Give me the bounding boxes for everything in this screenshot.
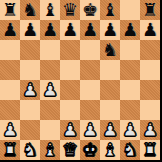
black-bishop-icon[interactable]: ♝ (102, 0, 118, 20)
square-c3[interactable] (40, 100, 60, 120)
square-h2[interactable]: ♟ (140, 120, 160, 140)
black-knight-icon[interactable]: ♞ (102, 40, 118, 60)
square-d4[interactable] (60, 80, 80, 100)
white-bishop-icon[interactable]: ♝ (42, 140, 58, 160)
square-f5[interactable] (100, 60, 120, 80)
white-rook-icon[interactable]: ♜ (142, 140, 158, 160)
black-pawn-icon[interactable]: ♟ (82, 20, 98, 40)
square-f2[interactable]: ♟ (100, 120, 120, 140)
square-h1[interactable]: ♜ (140, 140, 160, 160)
square-h3[interactable] (140, 100, 160, 120)
square-c4[interactable]: ♟ (40, 80, 60, 100)
square-g2[interactable]: ♟ (120, 120, 140, 140)
white-pawn-icon[interactable]: ♟ (82, 120, 98, 140)
square-a4[interactable] (0, 80, 20, 100)
square-e5[interactable] (80, 60, 100, 80)
white-king-icon[interactable]: ♚ (82, 140, 98, 160)
square-b2[interactable] (20, 120, 40, 140)
square-c5[interactable] (40, 60, 60, 80)
square-a7[interactable]: ♟ (0, 20, 20, 40)
square-c6[interactable] (40, 40, 60, 60)
square-e8[interactable]: ♚ (80, 0, 100, 20)
square-f4[interactable] (100, 80, 120, 100)
black-rook-icon[interactable]: ♜ (142, 0, 158, 20)
white-pawn-icon[interactable]: ♟ (142, 120, 158, 140)
square-a3[interactable] (0, 100, 20, 120)
square-e4[interactable] (80, 80, 100, 100)
square-c8[interactable]: ♝ (40, 0, 60, 20)
black-knight-icon[interactable]: ♞ (22, 0, 38, 20)
white-pawn-icon[interactable]: ♟ (122, 120, 138, 140)
black-pawn-icon[interactable]: ♟ (62, 20, 78, 40)
square-b1[interactable]: ♞ (20, 140, 40, 160)
square-d8[interactable]: ♛ (60, 0, 80, 20)
square-f1[interactable]: ♝ (100, 140, 120, 160)
square-c7[interactable]: ♟ (40, 20, 60, 40)
square-g4[interactable] (120, 80, 140, 100)
black-king-icon[interactable]: ♚ (82, 0, 98, 20)
white-pawn-icon[interactable]: ♟ (2, 120, 18, 140)
square-g8[interactable] (120, 0, 140, 20)
white-pawn-icon[interactable]: ♟ (102, 120, 118, 140)
white-pawn-icon[interactable]: ♟ (42, 80, 58, 100)
white-knight-icon[interactable]: ♞ (22, 140, 38, 160)
square-f3[interactable] (100, 100, 120, 120)
black-pawn-icon[interactable]: ♟ (102, 20, 118, 40)
square-b6[interactable] (20, 40, 40, 60)
square-g3[interactable] (120, 100, 140, 120)
white-pawn-icon[interactable]: ♟ (22, 80, 38, 100)
square-a6[interactable] (0, 40, 20, 60)
black-queen-icon[interactable]: ♛ (62, 0, 78, 20)
square-a5[interactable] (0, 60, 20, 80)
square-g5[interactable] (120, 60, 140, 80)
black-pawn-icon[interactable]: ♟ (2, 20, 18, 40)
square-e6[interactable] (80, 40, 100, 60)
square-g7[interactable]: ♟ (120, 20, 140, 40)
black-pawn-icon[interactable]: ♟ (42, 20, 58, 40)
white-pawn-icon[interactable]: ♟ (62, 120, 78, 140)
square-h8[interactable]: ♜ (140, 0, 160, 20)
square-d2[interactable]: ♟ (60, 120, 80, 140)
square-f8[interactable]: ♝ (100, 0, 120, 20)
chess-board-window: ♜♞♝♛♚♝♜♟♟♟♟♟♟♟♟♞♟♟♟♟♟♟♟♟♜♞♝♛♚♝♞♜ (0, 0, 162, 162)
square-h5[interactable] (140, 60, 160, 80)
square-a1[interactable]: ♜ (0, 140, 20, 160)
square-d6[interactable] (60, 40, 80, 60)
white-bishop-icon[interactable]: ♝ (102, 140, 118, 160)
black-rook-icon[interactable]: ♜ (2, 0, 18, 20)
square-g1[interactable]: ♞ (120, 140, 140, 160)
square-b7[interactable]: ♟ (20, 20, 40, 40)
chess-board: ♜♞♝♛♚♝♜♟♟♟♟♟♟♟♟♞♟♟♟♟♟♟♟♟♜♞♝♛♚♝♞♜ (0, 0, 162, 162)
square-e3[interactable] (80, 100, 100, 120)
square-e1[interactable]: ♚ (80, 140, 100, 160)
square-a8[interactable]: ♜ (0, 0, 20, 20)
black-pawn-icon[interactable]: ♟ (22, 20, 38, 40)
black-pawn-icon[interactable]: ♟ (142, 20, 158, 40)
square-d1[interactable]: ♛ (60, 140, 80, 160)
square-d5[interactable] (60, 60, 80, 80)
square-b3[interactable] (20, 100, 40, 120)
square-c1[interactable]: ♝ (40, 140, 60, 160)
square-b5[interactable] (20, 60, 40, 80)
square-d7[interactable]: ♟ (60, 20, 80, 40)
square-c2[interactable] (40, 120, 60, 140)
square-h6[interactable] (140, 40, 160, 60)
white-rook-icon[interactable]: ♜ (2, 140, 18, 160)
white-knight-icon[interactable]: ♞ (122, 140, 138, 160)
square-f6[interactable]: ♞ (100, 40, 120, 60)
square-d3[interactable] (60, 100, 80, 120)
square-e7[interactable]: ♟ (80, 20, 100, 40)
square-g6[interactable] (120, 40, 140, 60)
square-h7[interactable]: ♟ (140, 20, 160, 40)
square-h4[interactable] (140, 80, 160, 100)
white-queen-icon[interactable]: ♛ (62, 140, 78, 160)
square-b4[interactable]: ♟ (20, 80, 40, 100)
square-f7[interactable]: ♟ (100, 20, 120, 40)
black-pawn-icon[interactable]: ♟ (122, 20, 138, 40)
square-b8[interactable]: ♞ (20, 0, 40, 20)
black-bishop-icon[interactable]: ♝ (42, 0, 58, 20)
square-a2[interactable]: ♟ (0, 120, 20, 140)
square-e2[interactable]: ♟ (80, 120, 100, 140)
